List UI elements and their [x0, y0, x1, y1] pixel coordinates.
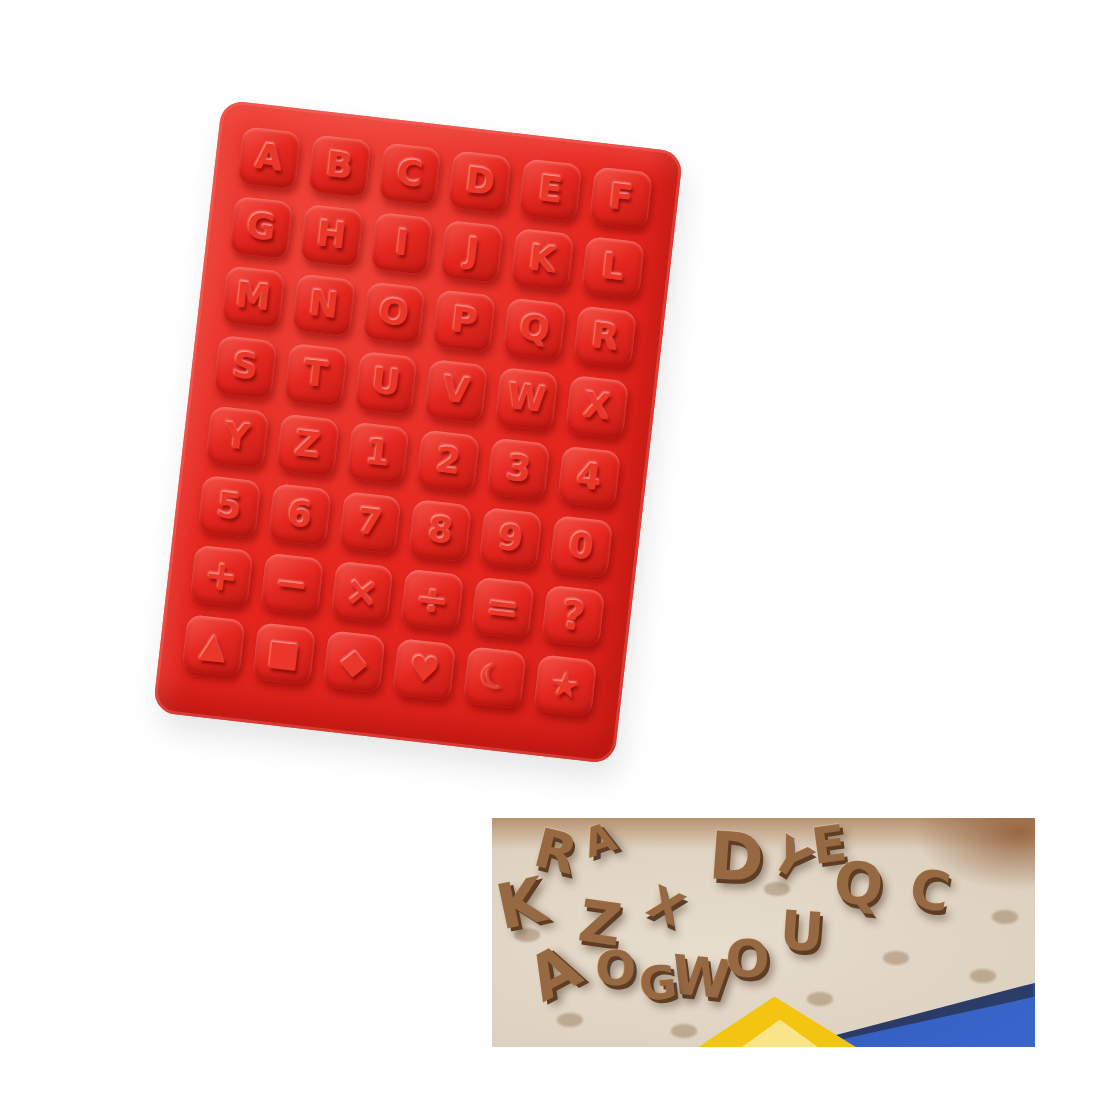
- mold-cavity-−: −: [260, 552, 324, 615]
- mold-cavity-H: H: [299, 204, 363, 267]
- mold-glyph: Z: [293, 426, 322, 464]
- silicone-mold-tray: ABCDEFGHIJKLMNOPQRSTUVWXYZ1234567890+−×÷…: [153, 100, 684, 765]
- mold-cavity-4: 4: [557, 445, 621, 508]
- mold-cavity-C: C: [378, 142, 442, 205]
- mold-glyph: M: [234, 278, 273, 317]
- mold-cavity-S: S: [213, 335, 277, 398]
- mold-cavity-9: 9: [479, 507, 543, 570]
- mold-glyph: N: [307, 286, 340, 324]
- mold-glyph: ★: [548, 667, 582, 704]
- mold-cavity-W: W: [495, 367, 559, 430]
- mold-cavity-N: N: [292, 274, 356, 337]
- mold-cavity-÷: ÷: [401, 568, 465, 631]
- chocolate-letter: Q: [831, 852, 886, 915]
- mold-cavity-×: ×: [330, 560, 394, 623]
- chocolate-letter: G: [636, 958, 678, 1008]
- mold-glyph: 2: [434, 442, 462, 480]
- mold-glyph: +: [202, 554, 240, 598]
- mold-cavity-D: D: [448, 150, 512, 213]
- mold-cavity-T: T: [284, 343, 348, 406]
- mold-glyph: A: [254, 139, 285, 177]
- mold-glyph: H: [315, 217, 348, 255]
- mold-cavity-1: 1: [346, 421, 410, 484]
- mold-glyph: Q: [518, 310, 552, 348]
- mold-glyph: ◆: [339, 643, 369, 680]
- mold-glyph: 5: [215, 488, 243, 526]
- mold-glyph: U: [370, 364, 402, 402]
- mold-glyph: G: [245, 209, 278, 247]
- mold-cavity-P: P: [432, 290, 496, 353]
- mold-glyph: 8: [426, 512, 454, 550]
- mold-glyph: O: [377, 294, 411, 332]
- chocolate-letter: A: [579, 818, 621, 864]
- mold-glyph: −: [273, 562, 311, 606]
- chocolate-letter: O: [725, 933, 769, 985]
- mold-cavity-B: B: [307, 134, 371, 197]
- mold-glyph: ▲: [198, 627, 228, 664]
- chocolate-letter: U: [778, 904, 826, 961]
- mold-glyph: ☾: [475, 657, 514, 699]
- mold-cavity-G: G: [229, 196, 293, 259]
- chocolate-letter: R: [530, 821, 583, 883]
- chocolate-letter: D: [707, 823, 766, 893]
- mold-glyph: 1: [364, 434, 392, 472]
- mold-glyph: ♥: [407, 651, 441, 688]
- mold-glyph: J: [464, 234, 481, 270]
- mold-cavity-♥: ♥: [393, 638, 457, 701]
- paper-print-motif: [671, 1024, 697, 1038]
- mold-cavity-Z: Z: [276, 413, 340, 476]
- mold-cavity-Y: Y: [205, 405, 269, 468]
- mold-cavity-K: K: [511, 228, 575, 291]
- paper-print-motif: [807, 992, 833, 1006]
- mold-glyph: T: [302, 356, 330, 393]
- mold-cavity-X: X: [565, 375, 629, 438]
- mold-glyph: ■: [266, 635, 302, 672]
- mold-glyph: ?: [559, 595, 587, 637]
- mold-glyph: F: [607, 179, 635, 216]
- mold-glyph: W: [506, 379, 548, 418]
- mold-cavity-E: E: [519, 158, 583, 221]
- mold-glyph: S: [231, 348, 260, 386]
- mold-cavity-?: ?: [541, 584, 605, 647]
- paper-print-motif: [883, 951, 909, 965]
- mold-glyph: C: [395, 155, 424, 193]
- mold-glyph: P: [450, 302, 479, 340]
- mold-cavity-O: O: [362, 282, 426, 345]
- product-photo-inset: KRAZOXDYEWOUQCAG: [492, 818, 1035, 1047]
- mold-cavity-Q: Q: [503, 298, 567, 361]
- mold-cavity-F: F: [589, 166, 653, 229]
- mold-glyph: ÷: [414, 578, 452, 622]
- mold-cavity-U: U: [354, 351, 418, 414]
- mold-cavity-★: ★: [533, 654, 597, 717]
- mold-glyph: 6: [286, 496, 314, 534]
- mold-glyph: ×: [343, 570, 381, 614]
- mold-glyph: D: [464, 163, 497, 201]
- mold-cavity-6: 6: [268, 483, 332, 546]
- mold-glyph: R: [590, 318, 621, 356]
- mold-cavity-▲: ▲: [181, 614, 245, 677]
- mold-cavity-=: =: [471, 576, 535, 639]
- mold-cavity-3: 3: [487, 437, 551, 500]
- mold-cavity-L: L: [581, 236, 645, 299]
- mold-cavity-R: R: [573, 306, 637, 369]
- mold-grid: ABCDEFGHIJKLMNOPQRSTUVWXYZ1234567890+−×÷…: [181, 126, 652, 717]
- chocolate-letter: X: [642, 879, 691, 933]
- mold-glyph: X: [582, 388, 613, 426]
- mold-glyph: =: [484, 586, 522, 630]
- screenshot-root: ABCDEFGHIJKLMNOPQRSTUVWXYZ1234567890+−×÷…: [0, 0, 1100, 1100]
- mold-glyph: E: [537, 171, 565, 208]
- mold-glyph: I: [393, 226, 410, 262]
- mold-glyph: 4: [575, 458, 603, 496]
- mold-glyph: 3: [505, 450, 533, 488]
- mold-glyph: Y: [223, 418, 252, 456]
- paper-print-motif: [992, 910, 1018, 924]
- mold-glyph: 9: [497, 520, 525, 558]
- mold-cavity-V: V: [424, 359, 488, 422]
- paper-print-motif: [970, 969, 996, 983]
- paper-print-motif: [557, 1013, 583, 1027]
- mold-glyph: L: [600, 249, 626, 286]
- mold-cavity-2: 2: [416, 429, 480, 492]
- chocolate-letter: C: [906, 861, 954, 921]
- mold-cavity-7: 7: [338, 491, 402, 554]
- mold-cavity-◆: ◆: [322, 630, 386, 693]
- mold-glyph: K: [527, 241, 558, 279]
- mold-cavity-+: +: [189, 544, 253, 607]
- mold-glyph: 7: [356, 504, 384, 542]
- mold-glyph: V: [441, 372, 472, 410]
- mold-cavity-☾: ☾: [463, 646, 527, 709]
- mold-cavity-J: J: [440, 220, 504, 283]
- chocolate-letter: O: [595, 944, 636, 992]
- mold-cavity-8: 8: [408, 499, 472, 562]
- mold-cavity-M: M: [221, 266, 285, 329]
- mold-cavity-A: A: [237, 126, 301, 189]
- mold-cavity-I: I: [370, 212, 434, 275]
- mold-cavity-0: 0: [549, 515, 613, 578]
- mold-glyph: 0: [567, 528, 595, 566]
- mold-cavity-5: 5: [197, 475, 261, 538]
- mold-cavity-■: ■: [252, 622, 316, 685]
- mold-glyph: B: [324, 147, 354, 185]
